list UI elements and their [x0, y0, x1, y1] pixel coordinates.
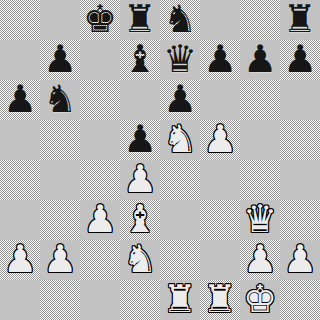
square-g3[interactable]: ♛: [240, 200, 280, 240]
piece-black-queen: ♛: [163, 40, 197, 79]
square-e1[interactable]: ♜: [160, 280, 200, 320]
piece-black-bishop: ♝: [123, 40, 157, 79]
square-a8[interactable]: [0, 0, 40, 40]
square-c4[interactable]: [80, 160, 120, 200]
piece-black-pawn: ♟: [3, 80, 37, 119]
piece-white-bishop: ♝: [123, 200, 157, 239]
square-f7[interactable]: ♟: [200, 40, 240, 80]
square-c6[interactable]: [80, 80, 120, 120]
piece-white-king: ♚: [243, 280, 277, 319]
square-d5[interactable]: ♟: [120, 120, 160, 160]
square-c2[interactable]: [80, 240, 120, 280]
square-h4[interactable]: [280, 160, 320, 200]
square-a7[interactable]: [0, 40, 40, 80]
square-d1[interactable]: [120, 280, 160, 320]
square-h5[interactable]: [280, 120, 320, 160]
piece-black-pawn: ♟: [123, 120, 157, 159]
square-h1[interactable]: [280, 280, 320, 320]
square-g2[interactable]: ♟: [240, 240, 280, 280]
square-b4[interactable]: [40, 160, 80, 200]
piece-white-rook: ♜: [163, 280, 197, 319]
square-h2[interactable]: ♟: [280, 240, 320, 280]
square-g8[interactable]: [240, 0, 280, 40]
square-g4[interactable]: [240, 160, 280, 200]
piece-black-pawn: ♟: [243, 40, 277, 79]
square-g7[interactable]: ♟: [240, 40, 280, 80]
piece-white-pawn: ♟: [203, 120, 237, 159]
square-f5[interactable]: ♟: [200, 120, 240, 160]
square-g5[interactable]: [240, 120, 280, 160]
square-e3[interactable]: [160, 200, 200, 240]
piece-white-knight: ♞: [163, 120, 197, 159]
square-b5[interactable]: [40, 120, 80, 160]
square-d8[interactable]: ♜: [120, 0, 160, 40]
square-b8[interactable]: [40, 0, 80, 40]
piece-white-pawn: ♟: [3, 240, 37, 279]
square-e2[interactable]: [160, 240, 200, 280]
square-f6[interactable]: [200, 80, 240, 120]
square-f8[interactable]: [200, 0, 240, 40]
square-a1[interactable]: [0, 280, 40, 320]
square-d4[interactable]: ♟: [120, 160, 160, 200]
square-e4[interactable]: [160, 160, 200, 200]
piece-black-pawn: ♟: [163, 80, 197, 119]
square-a5[interactable]: [0, 120, 40, 160]
piece-white-pawn: ♟: [243, 240, 277, 279]
square-d2[interactable]: ♞: [120, 240, 160, 280]
square-f3[interactable]: [200, 200, 240, 240]
chess-board: ♚♜♞♜♟♝♛♟♟♟♟♞♟♟♞♟♟♟♝♛♟♟♞♟♟♜♜♚: [0, 0, 320, 320]
square-a6[interactable]: ♟: [0, 80, 40, 120]
square-d7[interactable]: ♝: [120, 40, 160, 80]
square-c7[interactable]: [80, 40, 120, 80]
square-c3[interactable]: ♟: [80, 200, 120, 240]
piece-black-knight: ♞: [163, 0, 197, 39]
piece-black-pawn: ♟: [43, 40, 77, 79]
square-b2[interactable]: ♟: [40, 240, 80, 280]
square-h3[interactable]: [280, 200, 320, 240]
square-h8[interactable]: ♜: [280, 0, 320, 40]
square-f1[interactable]: ♜: [200, 280, 240, 320]
piece-black-pawn: ♟: [203, 40, 237, 79]
square-b7[interactable]: ♟: [40, 40, 80, 80]
square-g6[interactable]: [240, 80, 280, 120]
square-f2[interactable]: [200, 240, 240, 280]
square-e6[interactable]: ♟: [160, 80, 200, 120]
square-c1[interactable]: [80, 280, 120, 320]
piece-black-rook: ♜: [283, 0, 317, 39]
square-b1[interactable]: [40, 280, 80, 320]
piece-black-knight: ♞: [43, 80, 77, 119]
square-h7[interactable]: ♟: [280, 40, 320, 80]
square-h6[interactable]: [280, 80, 320, 120]
square-a2[interactable]: ♟: [0, 240, 40, 280]
piece-white-queen: ♛: [243, 200, 277, 239]
piece-black-king: ♚: [83, 0, 117, 39]
square-c5[interactable]: [80, 120, 120, 160]
square-a4[interactable]: [0, 160, 40, 200]
square-e5[interactable]: ♞: [160, 120, 200, 160]
piece-black-rook: ♜: [123, 0, 157, 39]
square-e8[interactable]: ♞: [160, 0, 200, 40]
piece-white-pawn: ♟: [83, 200, 117, 239]
piece-white-pawn: ♟: [283, 240, 317, 279]
piece-white-knight: ♞: [123, 240, 157, 279]
square-c8[interactable]: ♚: [80, 0, 120, 40]
piece-white-rook: ♜: [203, 280, 237, 319]
square-g1[interactable]: ♚: [240, 280, 280, 320]
square-d3[interactable]: ♝: [120, 200, 160, 240]
square-e7[interactable]: ♛: [160, 40, 200, 80]
piece-white-pawn: ♟: [123, 160, 157, 199]
square-b3[interactable]: [40, 200, 80, 240]
square-b6[interactable]: ♞: [40, 80, 80, 120]
square-f4[interactable]: [200, 160, 240, 200]
piece-white-pawn: ♟: [43, 240, 77, 279]
square-a3[interactable]: [0, 200, 40, 240]
square-d6[interactable]: [120, 80, 160, 120]
piece-black-pawn: ♟: [283, 40, 317, 79]
